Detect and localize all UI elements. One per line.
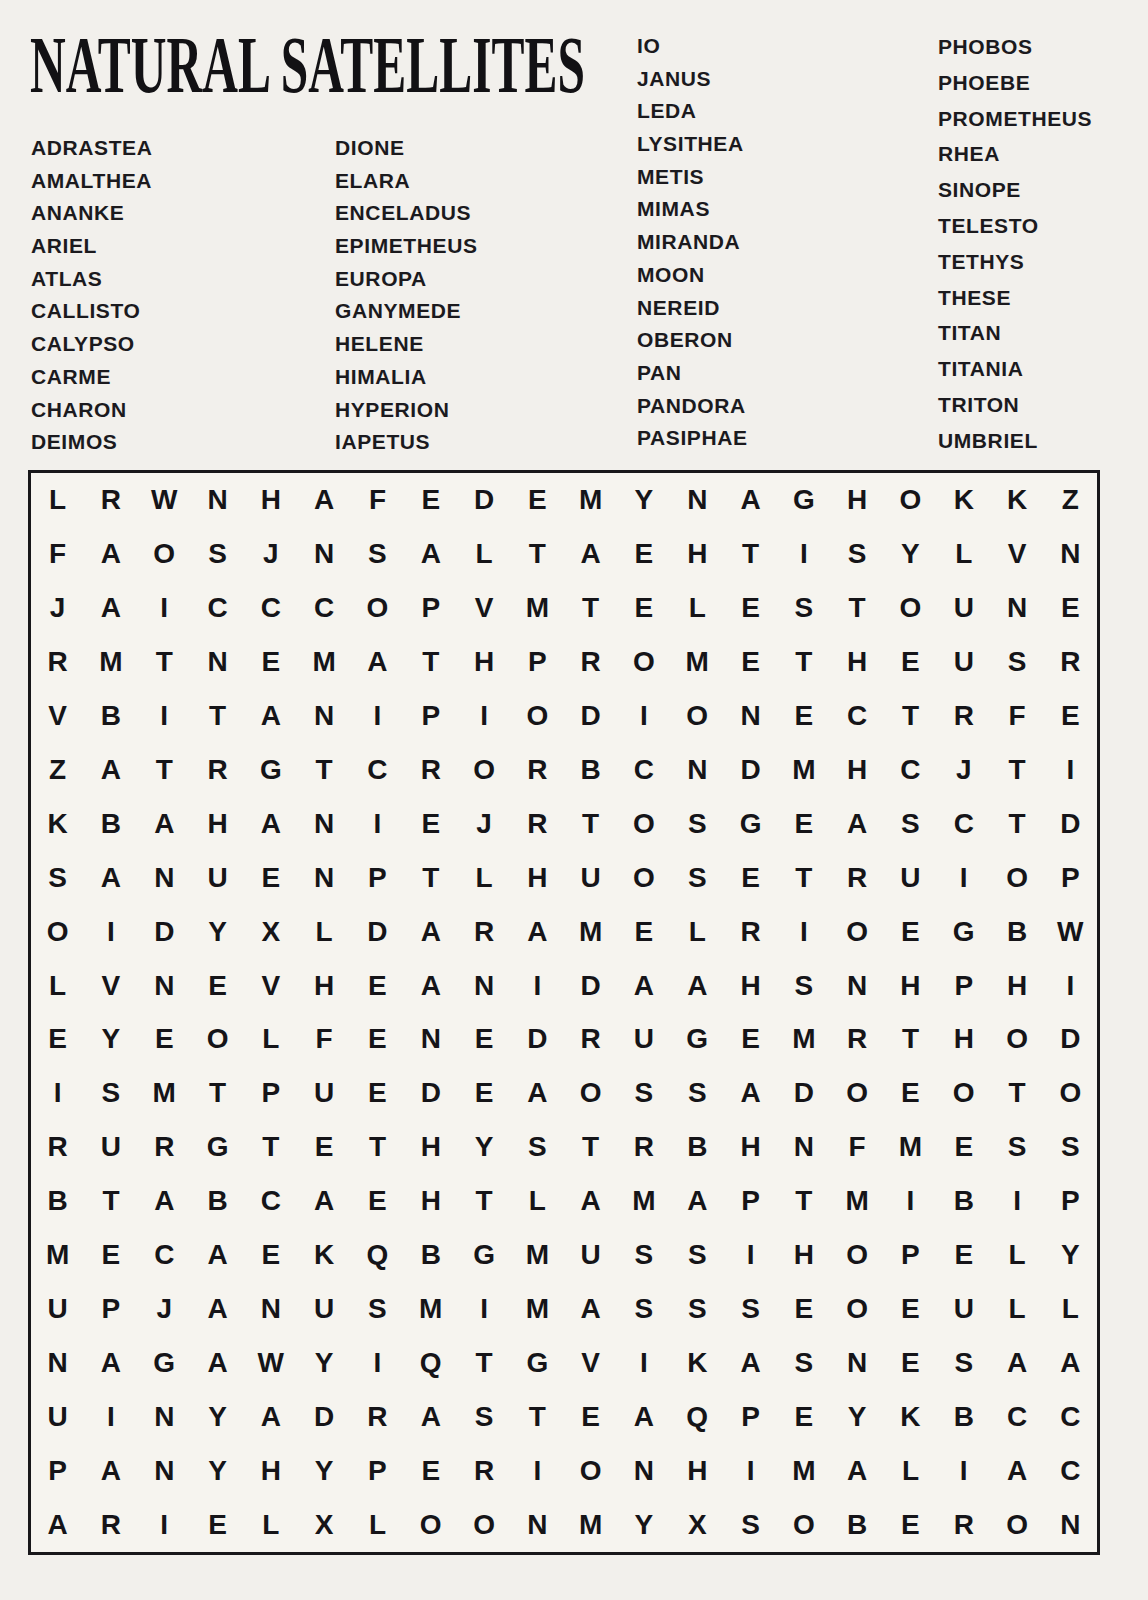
grid-cell[interactable]: A <box>724 1066 777 1120</box>
grid-cell[interactable]: M <box>511 1282 564 1336</box>
grid-cell[interactable]: I <box>777 527 830 581</box>
grid-cell[interactable]: T <box>564 581 617 635</box>
grid-cell[interactable]: S <box>671 1066 724 1120</box>
grid-cell[interactable]: P <box>244 1066 297 1120</box>
grid-cell[interactable]: Z <box>1044 473 1097 527</box>
grid-cell[interactable]: T <box>564 797 617 851</box>
grid-cell[interactable]: P <box>511 635 564 689</box>
grid-cell[interactable]: Y <box>84 1013 137 1067</box>
grid-cell[interactable]: P <box>937 959 990 1013</box>
grid-cell[interactable]: E <box>404 797 457 851</box>
grid-cell[interactable]: I <box>351 1336 404 1390</box>
grid-cell[interactable]: B <box>671 1120 724 1174</box>
grid-cell[interactable]: C <box>1044 1390 1097 1444</box>
grid-cell[interactable]: A <box>84 527 137 581</box>
grid-cell[interactable]: N <box>191 473 244 527</box>
grid-cell[interactable]: Z <box>31 743 84 797</box>
grid-cell[interactable]: O <box>830 1228 883 1282</box>
grid-cell[interactable]: A <box>990 1336 1043 1390</box>
grid-cell[interactable]: S <box>990 1120 1043 1174</box>
grid-cell[interactable]: A <box>244 689 297 743</box>
grid-cell[interactable]: M <box>884 1120 937 1174</box>
grid-cell[interactable]: H <box>511 851 564 905</box>
grid-cell[interactable]: R <box>404 743 457 797</box>
grid-cell[interactable]: S <box>31 851 84 905</box>
grid-cell[interactable]: E <box>244 635 297 689</box>
grid-cell[interactable]: T <box>564 1120 617 1174</box>
grid-cell[interactable]: A <box>404 905 457 959</box>
grid-cell[interactable]: T <box>830 581 883 635</box>
grid-cell[interactable]: O <box>351 581 404 635</box>
grid-cell[interactable]: R <box>84 473 137 527</box>
grid-cell[interactable]: N <box>1044 1498 1097 1552</box>
grid-cell[interactable]: O <box>564 1066 617 1120</box>
grid-cell[interactable]: H <box>990 959 1043 1013</box>
grid-cell[interactable]: A <box>404 1390 457 1444</box>
grid-cell[interactable]: Y <box>830 1390 883 1444</box>
grid-cell[interactable]: F <box>31 527 84 581</box>
grid-cell[interactable]: X <box>244 905 297 959</box>
grid-cell[interactable]: A <box>84 581 137 635</box>
grid-cell[interactable]: H <box>671 527 724 581</box>
grid-cell[interactable]: C <box>617 743 670 797</box>
grid-cell[interactable]: A <box>404 959 457 1013</box>
grid-cell[interactable]: E <box>457 1066 510 1120</box>
grid-cell[interactable]: M <box>777 1444 830 1498</box>
grid-cell[interactable]: N <box>617 1444 670 1498</box>
grid-cell[interactable]: A <box>191 1228 244 1282</box>
grid-cell[interactable]: S <box>671 797 724 851</box>
grid-cell[interactable]: E <box>457 1013 510 1067</box>
grid-cell[interactable]: R <box>724 905 777 959</box>
grid-cell[interactable]: N <box>777 1120 830 1174</box>
grid-cell[interactable]: U <box>31 1282 84 1336</box>
grid-cell[interactable]: N <box>191 635 244 689</box>
grid-cell[interactable]: E <box>777 797 830 851</box>
grid-cell[interactable]: O <box>990 851 1043 905</box>
grid-cell[interactable]: E <box>351 959 404 1013</box>
grid-cell[interactable]: U <box>31 1390 84 1444</box>
grid-cell[interactable]: A <box>138 797 191 851</box>
grid-cell[interactable]: G <box>138 1336 191 1390</box>
grid-cell[interactable]: G <box>511 1336 564 1390</box>
grid-cell[interactable]: N <box>830 1336 883 1390</box>
grid-cell[interactable]: E <box>617 527 670 581</box>
grid-cell[interactable]: S <box>777 1336 830 1390</box>
grid-cell[interactable]: O <box>457 1498 510 1552</box>
grid-cell[interactable]: Y <box>297 1444 350 1498</box>
grid-cell[interactable]: F <box>297 1013 350 1067</box>
grid-cell[interactable]: D <box>1044 797 1097 851</box>
grid-cell[interactable]: D <box>511 1013 564 1067</box>
grid-cell[interactable]: H <box>937 1013 990 1067</box>
grid-cell[interactable]: L <box>1044 1282 1097 1336</box>
grid-cell[interactable]: I <box>511 1444 564 1498</box>
grid-cell[interactable]: O <box>511 689 564 743</box>
grid-cell[interactable]: A <box>84 743 137 797</box>
grid-cell[interactable]: H <box>724 1120 777 1174</box>
grid-cell[interactable]: E <box>937 1120 990 1174</box>
grid-cell[interactable]: E <box>244 851 297 905</box>
grid-cell[interactable]: R <box>564 1013 617 1067</box>
grid-cell[interactable]: O <box>830 905 883 959</box>
grid-cell[interactable]: G <box>937 905 990 959</box>
grid-cell[interactable]: L <box>990 1228 1043 1282</box>
grid-cell[interactable]: A <box>830 797 883 851</box>
grid-cell[interactable]: T <box>404 851 457 905</box>
grid-cell[interactable]: Y <box>617 1498 670 1552</box>
grid-cell[interactable]: W <box>1044 905 1097 959</box>
grid-cell[interactable]: C <box>830 689 883 743</box>
grid-cell[interactable]: O <box>830 1282 883 1336</box>
grid-cell[interactable]: D <box>404 1066 457 1120</box>
grid-cell[interactable]: T <box>777 1174 830 1228</box>
grid-cell[interactable]: R <box>457 905 510 959</box>
grid-cell[interactable]: Y <box>297 1336 350 1390</box>
grid-cell[interactable]: E <box>404 473 457 527</box>
grid-cell[interactable]: E <box>777 1282 830 1336</box>
grid-cell[interactable]: R <box>937 689 990 743</box>
grid-cell[interactable]: S <box>724 1282 777 1336</box>
grid-cell[interactable]: B <box>84 797 137 851</box>
grid-cell[interactable]: B <box>830 1498 883 1552</box>
grid-cell[interactable]: E <box>884 1066 937 1120</box>
grid-cell[interactable]: K <box>937 473 990 527</box>
grid-cell[interactable]: E <box>724 1013 777 1067</box>
grid-cell[interactable]: O <box>1044 1066 1097 1120</box>
grid-cell[interactable]: Y <box>884 527 937 581</box>
grid-cell[interactable]: S <box>884 797 937 851</box>
grid-cell[interactable]: T <box>191 1066 244 1120</box>
grid-cell[interactable]: H <box>244 1444 297 1498</box>
grid-cell[interactable]: N <box>990 581 1043 635</box>
grid-cell[interactable]: U <box>297 1282 350 1336</box>
grid-cell[interactable]: N <box>724 689 777 743</box>
grid-cell[interactable]: A <box>617 959 670 1013</box>
grid-cell[interactable]: H <box>244 473 297 527</box>
grid-cell[interactable]: H <box>404 1174 457 1228</box>
grid-cell[interactable]: N <box>244 1282 297 1336</box>
grid-cell[interactable]: C <box>191 581 244 635</box>
grid-cell[interactable]: H <box>457 635 510 689</box>
grid-cell[interactable]: S <box>937 1336 990 1390</box>
grid-cell[interactable]: C <box>1044 1444 1097 1498</box>
grid-cell[interactable]: J <box>31 581 84 635</box>
grid-cell[interactable]: O <box>617 797 670 851</box>
grid-cell[interactable]: A <box>564 1174 617 1228</box>
grid-cell[interactable]: E <box>937 1228 990 1282</box>
grid-cell[interactable]: R <box>31 635 84 689</box>
grid-cell[interactable]: Y <box>191 1444 244 1498</box>
grid-cell[interactable]: N <box>31 1336 84 1390</box>
grid-cell[interactable]: O <box>564 1444 617 1498</box>
grid-cell[interactable]: O <box>777 1498 830 1552</box>
grid-cell[interactable]: S <box>671 1282 724 1336</box>
grid-cell[interactable]: S <box>351 527 404 581</box>
grid-cell[interactable]: X <box>297 1498 350 1552</box>
grid-cell[interactable]: L <box>297 905 350 959</box>
grid-cell[interactable]: M <box>671 635 724 689</box>
grid-cell[interactable]: I <box>457 689 510 743</box>
grid-cell[interactable]: I <box>617 689 670 743</box>
grid-cell[interactable]: A <box>191 1336 244 1390</box>
grid-cell[interactable]: R <box>138 1120 191 1174</box>
grid-cell[interactable]: E <box>617 905 670 959</box>
grid-cell[interactable]: T <box>404 635 457 689</box>
grid-cell[interactable]: V <box>457 581 510 635</box>
grid-cell[interactable]: R <box>84 1498 137 1552</box>
grid-cell[interactable]: C <box>297 581 350 635</box>
grid-cell[interactable]: C <box>990 1390 1043 1444</box>
grid-cell[interactable]: S <box>457 1390 510 1444</box>
grid-cell[interactable]: S <box>671 1228 724 1282</box>
grid-cell[interactable]: L <box>457 851 510 905</box>
grid-cell[interactable]: L <box>244 1013 297 1067</box>
grid-cell[interactable]: T <box>990 743 1043 797</box>
grid-cell[interactable]: Y <box>1044 1228 1097 1282</box>
grid-cell[interactable]: L <box>937 527 990 581</box>
grid-cell[interactable]: M <box>511 1228 564 1282</box>
grid-cell[interactable]: E <box>724 851 777 905</box>
grid-cell[interactable]: X <box>671 1498 724 1552</box>
grid-cell[interactable]: H <box>830 635 883 689</box>
grid-cell[interactable]: I <box>351 689 404 743</box>
grid-cell[interactable]: E <box>511 473 564 527</box>
grid-cell[interactable]: E <box>1044 581 1097 635</box>
grid-cell[interactable]: I <box>724 1228 777 1282</box>
grid-cell[interactable]: A <box>1044 1336 1097 1390</box>
grid-cell[interactable]: S <box>724 1498 777 1552</box>
grid-cell[interactable]: B <box>191 1174 244 1228</box>
grid-cell[interactable]: J <box>138 1282 191 1336</box>
grid-cell[interactable]: G <box>244 743 297 797</box>
grid-cell[interactable]: Y <box>617 473 670 527</box>
grid-cell[interactable]: B <box>564 743 617 797</box>
grid-cell[interactable]: M <box>404 1282 457 1336</box>
grid-cell[interactable]: T <box>724 527 777 581</box>
grid-cell[interactable]: D <box>564 689 617 743</box>
grid-cell[interactable]: O <box>617 851 670 905</box>
grid-cell[interactable]: U <box>937 581 990 635</box>
grid-cell[interactable]: H <box>404 1120 457 1174</box>
grid-cell[interactable]: T <box>777 851 830 905</box>
grid-cell[interactable]: N <box>404 1013 457 1067</box>
grid-cell[interactable]: L <box>457 527 510 581</box>
grid-cell[interactable]: B <box>84 689 137 743</box>
grid-cell[interactable]: P <box>724 1390 777 1444</box>
grid-cell[interactable]: O <box>884 581 937 635</box>
grid-cell[interactable]: A <box>671 1174 724 1228</box>
grid-cell[interactable]: K <box>297 1228 350 1282</box>
grid-cell[interactable]: P <box>1044 1174 1097 1228</box>
grid-cell[interactable]: F <box>830 1120 883 1174</box>
grid-cell[interactable]: T <box>457 1336 510 1390</box>
grid-cell[interactable]: K <box>884 1390 937 1444</box>
grid-cell[interactable]: E <box>404 1444 457 1498</box>
grid-cell[interactable]: A <box>244 1390 297 1444</box>
grid-cell[interactable]: Y <box>457 1120 510 1174</box>
grid-cell[interactable]: U <box>191 851 244 905</box>
grid-cell[interactable]: T <box>884 689 937 743</box>
grid-cell[interactable]: T <box>511 527 564 581</box>
grid-cell[interactable]: B <box>31 1174 84 1228</box>
grid-cell[interactable]: I <box>138 1498 191 1552</box>
grid-cell[interactable]: S <box>777 581 830 635</box>
grid-cell[interactable]: P <box>31 1444 84 1498</box>
grid-cell[interactable]: O <box>884 473 937 527</box>
grid-cell[interactable]: T <box>990 797 1043 851</box>
grid-cell[interactable]: L <box>671 581 724 635</box>
grid-cell[interactable]: I <box>457 1282 510 1336</box>
grid-cell[interactable]: A <box>404 527 457 581</box>
grid-cell[interactable]: A <box>191 1282 244 1336</box>
grid-cell[interactable]: O <box>990 1498 1043 1552</box>
grid-cell[interactable]: I <box>777 905 830 959</box>
grid-cell[interactable]: E <box>884 635 937 689</box>
grid-cell[interactable]: S <box>671 851 724 905</box>
grid-cell[interactable]: S <box>990 635 1043 689</box>
grid-cell[interactable]: W <box>138 473 191 527</box>
grid-cell[interactable]: J <box>937 743 990 797</box>
grid-cell[interactable]: R <box>191 743 244 797</box>
grid-cell[interactable]: D <box>138 905 191 959</box>
grid-cell[interactable]: E <box>84 1228 137 1282</box>
grid-cell[interactable]: A <box>564 1282 617 1336</box>
grid-cell[interactable]: F <box>351 473 404 527</box>
grid-cell[interactable]: N <box>138 959 191 1013</box>
grid-cell[interactable]: A <box>351 635 404 689</box>
grid-cell[interactable]: U <box>564 851 617 905</box>
grid-cell[interactable]: G <box>191 1120 244 1174</box>
grid-cell[interactable]: E <box>777 1390 830 1444</box>
grid-cell[interactable]: I <box>724 1444 777 1498</box>
grid-cell[interactable]: I <box>990 1174 1043 1228</box>
grid-cell[interactable]: H <box>671 1444 724 1498</box>
grid-cell[interactable]: M <box>138 1066 191 1120</box>
grid-cell[interactable]: B <box>937 1174 990 1228</box>
grid-cell[interactable]: O <box>31 905 84 959</box>
grid-cell[interactable]: E <box>138 1013 191 1067</box>
grid-cell[interactable]: S <box>830 527 883 581</box>
grid-cell[interactable]: E <box>244 1228 297 1282</box>
grid-cell[interactable]: R <box>351 1390 404 1444</box>
grid-cell[interactable]: R <box>1044 635 1097 689</box>
grid-cell[interactable]: P <box>724 1174 777 1228</box>
grid-cell[interactable]: E <box>191 959 244 1013</box>
grid-cell[interactable]: P <box>404 581 457 635</box>
grid-cell[interactable]: E <box>564 1390 617 1444</box>
grid-cell[interactable]: I <box>937 851 990 905</box>
grid-cell[interactable]: P <box>351 1444 404 1498</box>
grid-cell[interactable]: I <box>617 1336 670 1390</box>
grid-cell[interactable]: R <box>830 851 883 905</box>
grid-cell[interactable]: R <box>937 1498 990 1552</box>
grid-cell[interactable]: A <box>31 1498 84 1552</box>
grid-cell[interactable]: T <box>511 1390 564 1444</box>
grid-cell[interactable]: C <box>244 581 297 635</box>
grid-cell[interactable]: A <box>990 1444 1043 1498</box>
grid-cell[interactable]: J <box>244 527 297 581</box>
grid-cell[interactable]: M <box>564 1498 617 1552</box>
grid-cell[interactable]: U <box>297 1066 350 1120</box>
grid-cell[interactable]: N <box>138 1444 191 1498</box>
grid-cell[interactable]: L <box>671 905 724 959</box>
grid-cell[interactable]: P <box>1044 851 1097 905</box>
grid-cell[interactable]: T <box>457 1174 510 1228</box>
grid-cell[interactable]: I <box>31 1066 84 1120</box>
grid-cell[interactable]: I <box>1044 959 1097 1013</box>
grid-cell[interactable]: V <box>244 959 297 1013</box>
grid-cell[interactable]: D <box>777 1066 830 1120</box>
grid-cell[interactable]: O <box>830 1066 883 1120</box>
grid-cell[interactable]: E <box>724 635 777 689</box>
grid-cell[interactable]: T <box>297 743 350 797</box>
grid-cell[interactable]: I <box>1044 743 1097 797</box>
grid-cell[interactable]: R <box>564 635 617 689</box>
grid-cell[interactable]: A <box>617 1390 670 1444</box>
grid-cell[interactable]: V <box>564 1336 617 1390</box>
grid-cell[interactable]: Q <box>404 1336 457 1390</box>
grid-cell[interactable]: S <box>511 1120 564 1174</box>
grid-cell[interactable]: Q <box>671 1390 724 1444</box>
grid-cell[interactable]: U <box>884 851 937 905</box>
grid-cell[interactable]: E <box>1044 689 1097 743</box>
grid-cell[interactable]: R <box>830 1013 883 1067</box>
grid-cell[interactable]: D <box>1044 1013 1097 1067</box>
grid-cell[interactable]: A <box>511 905 564 959</box>
grid-cell[interactable]: D <box>351 905 404 959</box>
grid-cell[interactable]: C <box>138 1228 191 1282</box>
grid-cell[interactable]: N <box>297 851 350 905</box>
grid-cell[interactable]: E <box>724 581 777 635</box>
grid-cell[interactable]: G <box>724 797 777 851</box>
grid-cell[interactable]: H <box>884 959 937 1013</box>
grid-cell[interactable]: L <box>990 1282 1043 1336</box>
grid-cell[interactable]: A <box>244 797 297 851</box>
grid-cell[interactable]: L <box>351 1498 404 1552</box>
grid-cell[interactable]: D <box>564 959 617 1013</box>
grid-cell[interactable]: I <box>884 1174 937 1228</box>
grid-cell[interactable]: A <box>297 473 350 527</box>
grid-cell[interactable]: V <box>31 689 84 743</box>
grid-cell[interactable]: E <box>617 581 670 635</box>
grid-cell[interactable]: U <box>564 1228 617 1282</box>
grid-cell[interactable]: N <box>830 959 883 1013</box>
grid-cell[interactable]: K <box>31 797 84 851</box>
grid-cell[interactable]: O <box>138 527 191 581</box>
grid-cell[interactable]: A <box>84 851 137 905</box>
grid-cell[interactable]: A <box>564 527 617 581</box>
grid-cell[interactable]: M <box>777 1013 830 1067</box>
grid-cell[interactable]: H <box>777 1228 830 1282</box>
grid-cell[interactable]: B <box>404 1228 457 1282</box>
grid-cell[interactable]: K <box>671 1336 724 1390</box>
grid-cell[interactable]: R <box>511 797 564 851</box>
grid-cell[interactable]: T <box>351 1120 404 1174</box>
grid-cell[interactable]: T <box>191 689 244 743</box>
grid-cell[interactable]: Y <box>191 1390 244 1444</box>
grid-cell[interactable]: O <box>191 1013 244 1067</box>
grid-cell[interactable]: A <box>84 1336 137 1390</box>
grid-cell[interactable]: B <box>990 905 1043 959</box>
grid-cell[interactable]: A <box>724 473 777 527</box>
grid-cell[interactable]: T <box>244 1120 297 1174</box>
grid-cell[interactable]: U <box>84 1120 137 1174</box>
grid-cell[interactable]: N <box>511 1498 564 1552</box>
grid-cell[interactable]: W <box>244 1336 297 1390</box>
grid-cell[interactable]: L <box>31 473 84 527</box>
grid-cell[interactable]: E <box>884 905 937 959</box>
